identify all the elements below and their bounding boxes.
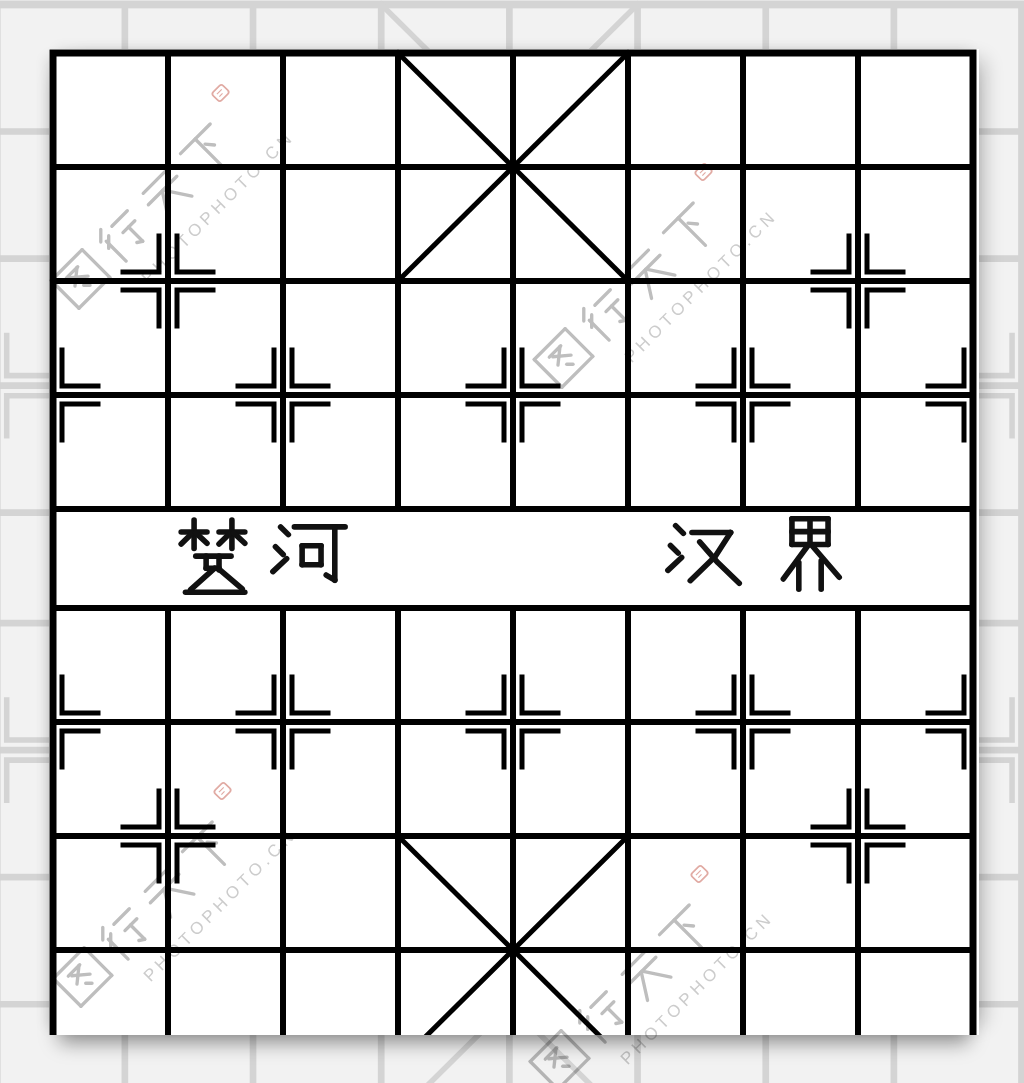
board-sheet: 楚河 汉界	[49, 49, 979, 1035]
glyph-界	[767, 511, 853, 597]
glyph-河	[266, 514, 352, 600]
river-label-chu-he: 楚河	[170, 514, 352, 600]
scene: 楚河 汉界 图行天下PHOTOPHOTO.CN图行天下PHOTOPHOTO.CN…	[0, 0, 1024, 1083]
glyph-汉	[661, 511, 747, 597]
river-label-han-jie: 汉界	[661, 511, 853, 597]
glyph-楚	[170, 514, 256, 600]
